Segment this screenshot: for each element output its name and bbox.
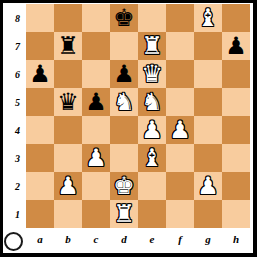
black-pawn[interactable]: ♟ xyxy=(225,32,247,60)
square-d8[interactable]: ♚ xyxy=(110,4,138,32)
file-label-c: c xyxy=(82,228,110,252)
square-b8[interactable] xyxy=(54,4,82,32)
square-g3[interactable] xyxy=(194,144,222,172)
square-c5[interactable]: ♟ xyxy=(82,88,110,116)
square-e4[interactable]: ♟ xyxy=(138,116,166,144)
square-b6[interactable] xyxy=(54,60,82,88)
square-c2[interactable] xyxy=(82,172,110,200)
square-d6[interactable]: ♟ xyxy=(110,60,138,88)
square-e2[interactable] xyxy=(138,172,166,200)
square-d7[interactable] xyxy=(110,32,138,60)
white-to-move-circle-icon xyxy=(4,232,23,251)
square-e5[interactable]: ♞ xyxy=(138,88,166,116)
square-f6[interactable] xyxy=(166,60,194,88)
square-c1[interactable] xyxy=(82,200,110,228)
square-c7[interactable] xyxy=(82,32,110,60)
square-d1[interactable]: ♜ xyxy=(110,200,138,228)
square-e1[interactable] xyxy=(138,200,166,228)
square-b2[interactable]: ♟ xyxy=(54,172,82,200)
square-d5[interactable]: ♞ xyxy=(110,88,138,116)
white-pawn[interactable]: ♟ xyxy=(169,116,191,144)
square-h3[interactable] xyxy=(222,144,250,172)
square-a6[interactable]: ♟ xyxy=(26,60,54,88)
white-pawn[interactable]: ♟ xyxy=(85,144,107,172)
square-g7[interactable] xyxy=(194,32,222,60)
file-label-f: f xyxy=(166,228,194,252)
white-king[interactable]: ♚ xyxy=(113,172,135,200)
white-bishop[interactable]: ♝ xyxy=(141,144,163,172)
white-rook[interactable]: ♜ xyxy=(141,32,163,60)
white-pawn[interactable]: ♟ xyxy=(57,172,79,200)
side-to-move-indicator xyxy=(4,228,26,252)
square-g2[interactable]: ♟ xyxy=(194,172,222,200)
white-pawn[interactable]: ♟ xyxy=(197,172,219,200)
file-label-h: h xyxy=(222,228,250,252)
square-b3[interactable] xyxy=(54,144,82,172)
square-d3[interactable] xyxy=(110,144,138,172)
square-f8[interactable] xyxy=(166,4,194,32)
white-knight[interactable]: ♞ xyxy=(113,88,135,116)
square-b5[interactable]: ♛ xyxy=(54,88,82,116)
square-a3[interactable] xyxy=(26,144,54,172)
square-h2[interactable] xyxy=(222,172,250,200)
square-d2[interactable]: ♚ xyxy=(110,172,138,200)
file-label-d: d xyxy=(110,228,138,252)
rank-label-2: 2 xyxy=(4,172,26,200)
rank-label-6: 6 xyxy=(4,60,26,88)
black-rook[interactable]: ♜ xyxy=(57,32,79,60)
square-f4[interactable]: ♟ xyxy=(166,116,194,144)
square-f7[interactable] xyxy=(166,32,194,60)
square-c8[interactable] xyxy=(82,4,110,32)
rank-label-1: 1 xyxy=(4,200,26,228)
square-h7[interactable]: ♟ xyxy=(222,32,250,60)
square-a2[interactable] xyxy=(26,172,54,200)
white-knight[interactable]: ♞ xyxy=(141,88,163,116)
white-pawn[interactable]: ♟ xyxy=(141,116,163,144)
white-bishop[interactable]: ♝ xyxy=(197,4,219,32)
square-g4[interactable] xyxy=(194,116,222,144)
square-a5[interactable] xyxy=(26,88,54,116)
square-d4[interactable] xyxy=(110,116,138,144)
square-c3[interactable]: ♟ xyxy=(82,144,110,172)
black-queen[interactable]: ♛ xyxy=(57,88,79,116)
diagram-frame: 8♚♝7♜♜♟6♟♟♛5♛♟♞♞4♟♟3♟♝2♟♚♟1♜abcdefgh xyxy=(0,0,257,257)
square-c4[interactable] xyxy=(82,116,110,144)
white-queen[interactable]: ♛ xyxy=(141,60,163,88)
square-e3[interactable]: ♝ xyxy=(138,144,166,172)
square-h1[interactable] xyxy=(222,200,250,228)
square-f1[interactable] xyxy=(166,200,194,228)
rank-label-8: 8 xyxy=(4,4,26,32)
diagram-background: 8♚♝7♜♜♟6♟♟♛5♛♟♞♞4♟♟3♟♝2♟♚♟1♜abcdefgh xyxy=(3,3,253,253)
rank-label-5: 5 xyxy=(4,88,26,116)
black-pawn[interactable]: ♟ xyxy=(29,60,51,88)
file-label-g: g xyxy=(194,228,222,252)
square-g6[interactable] xyxy=(194,60,222,88)
square-g1[interactable] xyxy=(194,200,222,228)
square-h4[interactable] xyxy=(222,116,250,144)
square-b4[interactable] xyxy=(54,116,82,144)
square-h8[interactable] xyxy=(222,4,250,32)
square-h5[interactable] xyxy=(222,88,250,116)
square-a4[interactable] xyxy=(26,116,54,144)
square-h6[interactable] xyxy=(222,60,250,88)
white-rook[interactable]: ♜ xyxy=(113,200,135,228)
black-king[interactable]: ♚ xyxy=(113,4,135,32)
rank-label-3: 3 xyxy=(4,144,26,172)
file-label-a: a xyxy=(26,228,54,252)
black-pawn[interactable]: ♟ xyxy=(85,88,107,116)
square-c6[interactable] xyxy=(82,60,110,88)
board: 8♚♝7♜♜♟6♟♟♛5♛♟♞♞4♟♟3♟♝2♟♚♟1♜abcdefgh xyxy=(4,4,250,252)
square-g5[interactable] xyxy=(194,88,222,116)
square-f5[interactable] xyxy=(166,88,194,116)
square-f2[interactable] xyxy=(166,172,194,200)
square-b7[interactable]: ♜ xyxy=(54,32,82,60)
square-b1[interactable] xyxy=(54,200,82,228)
square-g8[interactable]: ♝ xyxy=(194,4,222,32)
file-label-e: e xyxy=(138,228,166,252)
square-a1[interactable] xyxy=(26,200,54,228)
rank-label-7: 7 xyxy=(4,32,26,60)
black-pawn[interactable]: ♟ xyxy=(113,60,135,88)
square-f3[interactable] xyxy=(166,144,194,172)
square-e8[interactable] xyxy=(138,4,166,32)
square-a8[interactable] xyxy=(26,4,54,32)
file-label-b: b xyxy=(54,228,82,252)
square-e6[interactable]: ♛ xyxy=(138,60,166,88)
square-a7[interactable] xyxy=(26,32,54,60)
rank-label-4: 4 xyxy=(4,116,26,144)
square-e7[interactable]: ♜ xyxy=(138,32,166,60)
